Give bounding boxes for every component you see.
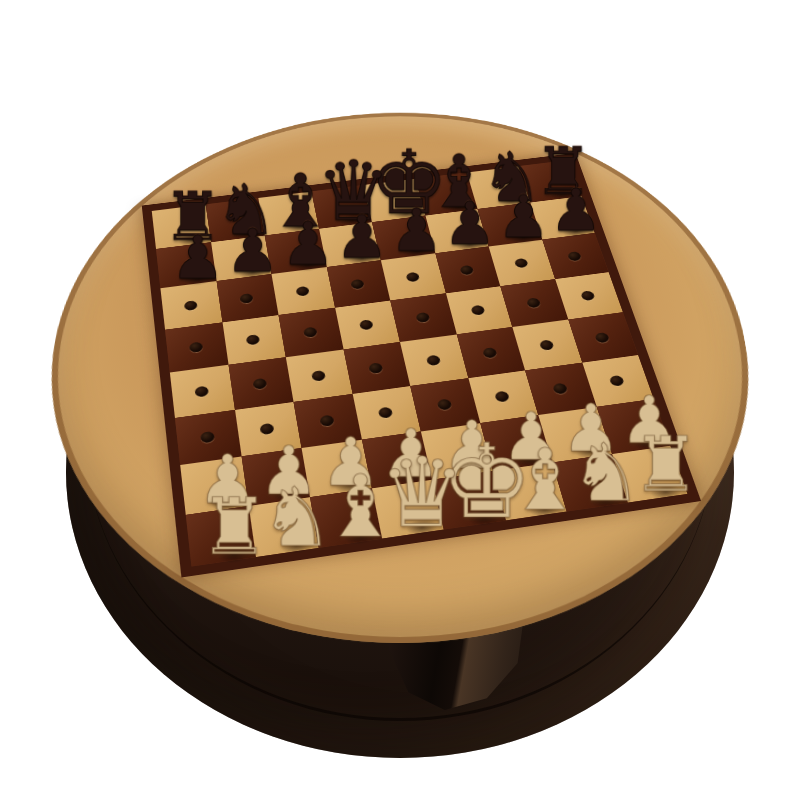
square-f5[interactable] (445, 286, 512, 335)
peg-hole (303, 327, 318, 338)
peg-hole (594, 332, 610, 343)
tilt-stage: ♜♞♝♛♚♝♞♜♟♟♟♟♟♟♟♟♟♟♟♟♟♟♟♟♜♞♝♛♚♝♞♜ (0, 0, 800, 800)
peg-hole (295, 286, 309, 297)
peg-hole (240, 293, 254, 304)
peg-hole (246, 334, 260, 345)
peg-hole (194, 385, 209, 397)
peg-hole (415, 312, 430, 323)
photo-canvas: ♜♞♝♛♚♝♞♜♟♟♟♟♟♟♟♟♟♟♟♟♟♟♟♟♜♞♝♛♚♝♞♜ (0, 0, 800, 800)
peg-hole (359, 319, 374, 330)
peg-hole (526, 298, 541, 309)
peg-hole (460, 265, 475, 276)
peg-hole (567, 251, 582, 261)
peg-hole (405, 272, 420, 283)
box-lid: ♜♞♝♛♚♝♞♜♟♟♟♟♟♟♟♟♟♟♟♟♟♟♟♟♜♞♝♛♚♝♞♜ (0, 104, 800, 658)
